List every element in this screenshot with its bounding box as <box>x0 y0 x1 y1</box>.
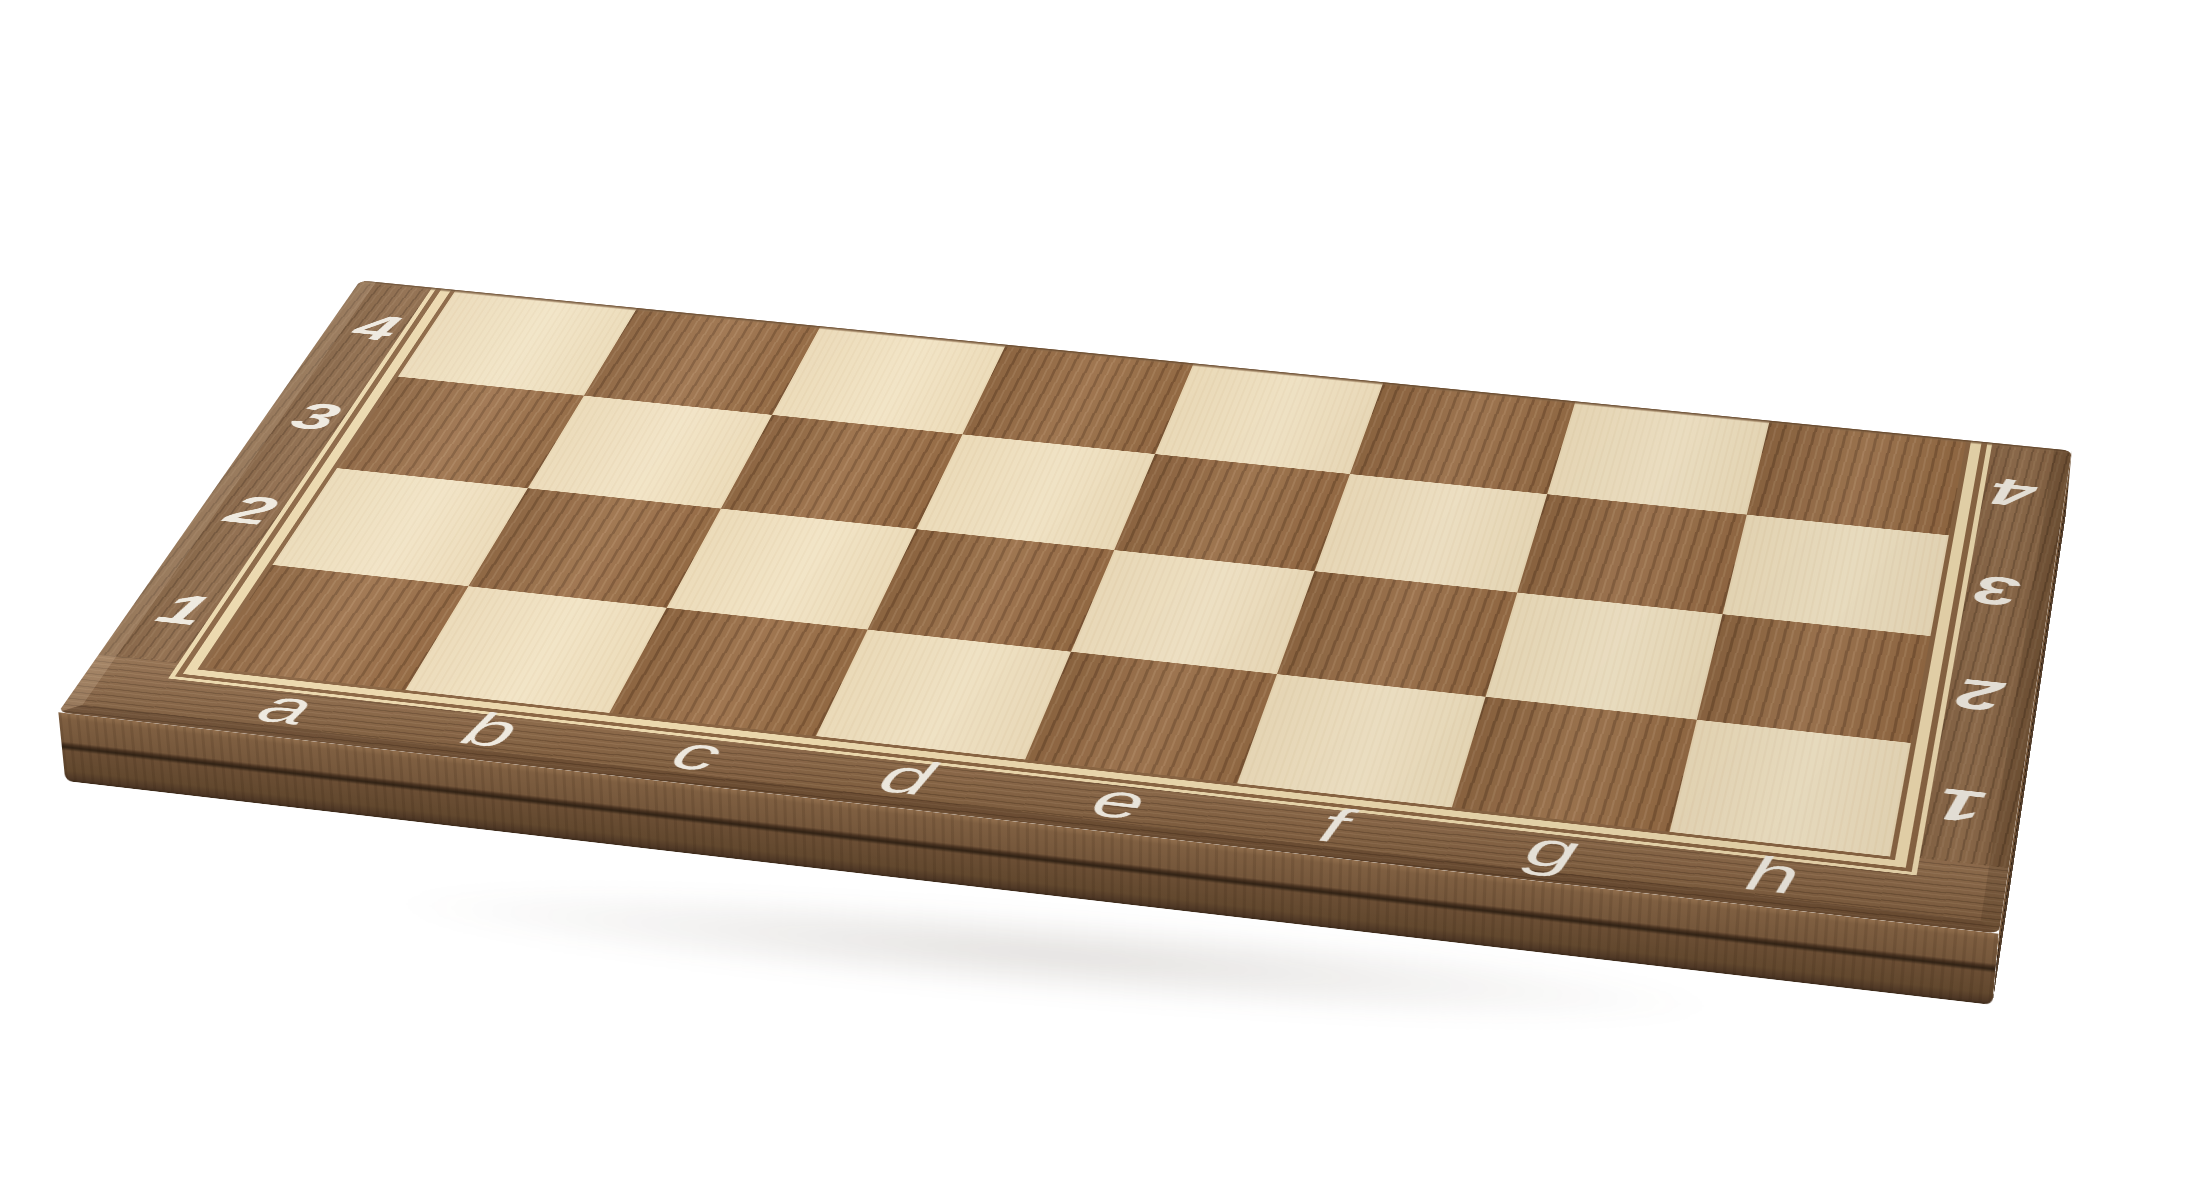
square-f1 <box>1237 674 1485 807</box>
square-h3 <box>1723 515 1949 636</box>
square-c1 <box>609 608 867 736</box>
square-b1 <box>405 586 666 713</box>
square-g1 <box>1452 697 1697 832</box>
square-e1 <box>1025 652 1277 784</box>
square-e2 <box>1071 550 1314 674</box>
rank-label-right-4: 4 <box>1964 442 2062 546</box>
rank-label-left-1: 1 <box>108 555 259 666</box>
square-a1 <box>204 565 468 690</box>
photo-background: 4321 4321 abcdefgh <box>0 0 2207 1200</box>
square-g3 <box>1517 494 1747 614</box>
rank-label-right-2: 2 <box>1927 638 2032 755</box>
square-d1 <box>816 630 1071 760</box>
rank-label-right-3: 3 <box>1946 537 2048 647</box>
square-h1 <box>1670 720 1911 857</box>
folded-chessboard: 4321 4321 abcdefgh <box>58 280 2071 933</box>
square-h2 <box>1697 614 1931 743</box>
square-f2 <box>1277 571 1517 697</box>
rank-label-right-1: 1 <box>1906 745 2015 869</box>
scene: 4321 4321 abcdefgh <box>0 0 2207 1200</box>
square-g2 <box>1486 593 1723 720</box>
